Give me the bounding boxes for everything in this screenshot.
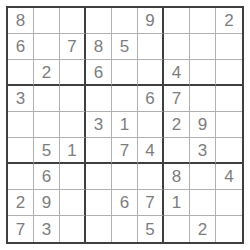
cell-r7c1[interactable] (8, 164, 34, 190)
cell-r9c9[interactable] (216, 216, 242, 242)
cell-r3c6[interactable] (138, 60, 164, 86)
cell-r8c2: 9 (34, 190, 60, 216)
given-digit: 5 (120, 38, 129, 55)
given-digit: 2 (172, 116, 181, 133)
cell-r5c2[interactable] (34, 112, 60, 138)
cell-r5c8: 9 (190, 112, 216, 138)
given-digit: 7 (67, 38, 76, 55)
cell-r1c9: 2 (216, 8, 242, 34)
cell-r2c1: 6 (8, 34, 34, 60)
cell-r6c2: 5 (34, 138, 60, 164)
cell-r5c1[interactable] (8, 112, 34, 138)
cell-r4c3[interactable] (60, 86, 86, 112)
given-digit: 3 (94, 116, 103, 133)
cell-r8c5: 6 (112, 190, 138, 216)
cell-r8c7: 1 (164, 190, 190, 216)
cell-r6c3: 1 (60, 138, 86, 164)
cell-r3c4: 6 (86, 60, 112, 86)
given-digit: 9 (198, 116, 207, 133)
given-digit: 9 (145, 12, 154, 29)
cell-r3c9[interactable] (216, 60, 242, 86)
cell-r3c1[interactable] (8, 60, 34, 86)
given-digit: 3 (42, 221, 51, 238)
cell-r5c9[interactable] (216, 112, 242, 138)
cell-r4c1: 3 (8, 86, 34, 112)
cell-r7c6[interactable] (138, 164, 164, 190)
cell-r2c5: 5 (112, 34, 138, 60)
given-digit: 6 (94, 64, 103, 81)
cell-r5c3[interactable] (60, 112, 86, 138)
given-digit: 1 (67, 142, 76, 159)
cell-r2c8[interactable] (190, 34, 216, 60)
cell-r8c3[interactable] (60, 190, 86, 216)
cell-r6c5: 7 (112, 138, 138, 164)
cell-r8c8[interactable] (190, 190, 216, 216)
cell-r5c4: 3 (86, 112, 112, 138)
cell-r9c7[interactable] (164, 216, 190, 242)
given-digit: 3 (198, 142, 207, 159)
cell-r4c5[interactable] (112, 86, 138, 112)
cell-r3c5[interactable] (112, 60, 138, 86)
cell-r4c8[interactable] (190, 86, 216, 112)
given-digit: 8 (94, 38, 103, 55)
cell-r7c2: 6 (34, 164, 60, 190)
given-digit: 7 (172, 90, 181, 107)
cell-r6c7[interactable] (164, 138, 190, 164)
cell-r4c7: 7 (164, 86, 190, 112)
cell-r1c4[interactable] (86, 8, 112, 34)
given-digit: 7 (16, 221, 25, 238)
cell-r1c2[interactable] (34, 8, 60, 34)
cell-r8c4[interactable] (86, 190, 112, 216)
cell-r9c5[interactable] (112, 216, 138, 242)
given-digit: 6 (16, 38, 25, 55)
given-digit: 4 (145, 142, 154, 159)
given-digit: 5 (42, 142, 51, 159)
given-digit: 2 (198, 221, 207, 238)
cell-r5c7: 2 (164, 112, 190, 138)
cell-r8c6: 7 (138, 190, 164, 216)
given-digit: 1 (120, 116, 129, 133)
cell-r4c9[interactable] (216, 86, 242, 112)
cell-r9c6: 5 (138, 216, 164, 242)
given-digit: 2 (16, 194, 25, 211)
cell-r6c8: 3 (190, 138, 216, 164)
cell-r1c7[interactable] (164, 8, 190, 34)
cell-r1c5[interactable] (112, 8, 138, 34)
given-digit: 9 (42, 194, 51, 211)
cell-r3c7: 4 (164, 60, 190, 86)
cell-r6c9[interactable] (216, 138, 242, 164)
cell-r1c3[interactable] (60, 8, 86, 34)
cell-r4c2[interactable] (34, 86, 60, 112)
cell-r7c3[interactable] (60, 164, 86, 190)
cell-r2c3: 7 (60, 34, 86, 60)
cell-r1c1: 8 (8, 8, 34, 34)
given-digit: 5 (145, 221, 154, 238)
cell-r5c5: 1 (112, 112, 138, 138)
cell-r9c4[interactable] (86, 216, 112, 242)
cell-r6c6: 4 (138, 138, 164, 164)
given-digit: 4 (172, 64, 181, 81)
given-digit: 6 (145, 90, 154, 107)
given-digit: 7 (145, 194, 154, 211)
cell-r6c4[interactable] (86, 138, 112, 164)
given-digit: 6 (120, 194, 129, 211)
cell-r7c5[interactable] (112, 164, 138, 190)
cell-r1c8[interactable] (190, 8, 216, 34)
given-digit: 1 (172, 194, 181, 211)
sudoku-board: 8926785264367312951743684296717352 (6, 6, 244, 244)
cell-r3c8[interactable] (190, 60, 216, 86)
cell-r9c2: 3 (34, 216, 60, 242)
cell-r6c1[interactable] (8, 138, 34, 164)
cell-r2c9[interactable] (216, 34, 242, 60)
given-digit: 8 (172, 168, 181, 185)
cell-r9c3[interactable] (60, 216, 86, 242)
cell-r2c2[interactable] (34, 34, 60, 60)
cell-r7c9: 4 (216, 164, 242, 190)
cell-r4c6: 6 (138, 86, 164, 112)
cell-r1c6: 9 (138, 8, 164, 34)
cell-r9c1: 7 (8, 216, 34, 242)
cell-r7c8[interactable] (190, 164, 216, 190)
given-digit: 2 (42, 64, 51, 81)
cell-r7c7: 8 (164, 164, 190, 190)
cell-r4c4[interactable] (86, 86, 112, 112)
cell-r9c8: 2 (190, 216, 216, 242)
given-digit: 7 (120, 142, 129, 159)
cell-r8c9[interactable] (216, 190, 242, 216)
cell-r7c4[interactable] (86, 164, 112, 190)
cell-r3c2: 2 (34, 60, 60, 86)
cell-r5c6[interactable] (138, 112, 164, 138)
given-digit: 4 (224, 168, 233, 185)
cell-r8c1: 2 (8, 190, 34, 216)
given-digit: 8 (16, 12, 25, 29)
given-digit: 2 (224, 12, 233, 29)
cell-r2c6[interactable] (138, 34, 164, 60)
cell-r3c3[interactable] (60, 60, 86, 86)
given-digit: 3 (16, 90, 25, 107)
given-digit: 6 (42, 168, 51, 185)
cell-r2c4: 8 (86, 34, 112, 60)
cell-r2c7[interactable] (164, 34, 190, 60)
